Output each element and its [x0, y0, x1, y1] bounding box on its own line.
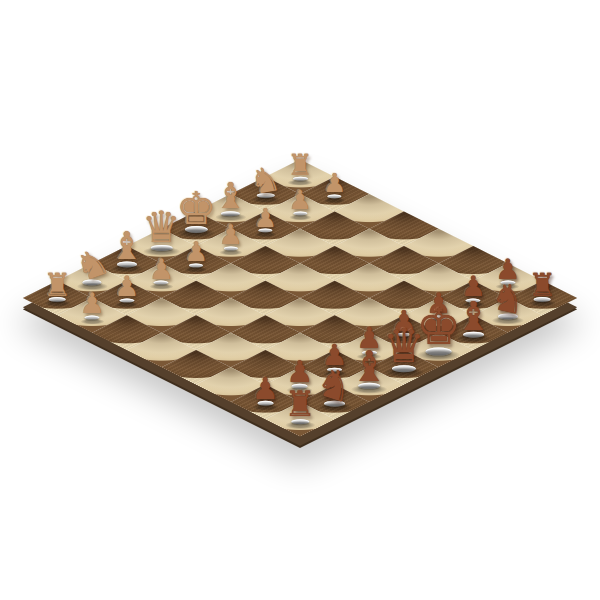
white-pawn[interactable]: ♟: [323, 171, 346, 198]
white-bishop[interactable]: ♝: [110, 229, 144, 268]
piece-shadow: [289, 214, 311, 220]
piece-shadow: [149, 284, 173, 290]
piece-shadow: [285, 421, 315, 429]
white-rook-glyph: ♜: [43, 270, 72, 300]
white-knight[interactable]: ♞: [250, 164, 280, 198]
white-knight[interactable]: ♞: [76, 247, 109, 285]
white-pawn-glyph: ♟: [323, 171, 346, 196]
white-pawn[interactable]: ♟: [219, 222, 243, 250]
white-queen[interactable]: ♛: [142, 207, 181, 251]
white-king[interactable]: ♚: [176, 188, 216, 234]
black-queen-glyph: ♛: [383, 325, 425, 370]
wobble-chess-photo: ♜♟♞♟♝♟♚♟♛♟♝♟♟♞♜♟♟♜♞♟♟♝♟♚♟♛♟♝♟♞♟♜: [0, 0, 600, 600]
white-pawn[interactable]: ♟: [288, 189, 311, 216]
white-queen-glyph: ♛: [142, 207, 181, 248]
white-pawn-glyph: ♟: [254, 206, 277, 231]
white-bishop-glyph: ♝: [110, 229, 144, 265]
white-pawn-glyph: ♟: [114, 274, 139, 301]
white-pawn[interactable]: ♟: [149, 256, 174, 285]
white-pawn[interactable]: ♟: [80, 291, 105, 320]
black-queen[interactable]: ♛: [383, 325, 425, 373]
piece-shadow: [44, 300, 71, 307]
white-knight-glyph: ♞: [248, 162, 284, 199]
piece-shadow: [384, 367, 424, 377]
piece-shadow: [254, 232, 276, 238]
white-king-glyph: ♚: [176, 188, 216, 231]
white-pawn[interactable]: ♟: [254, 206, 277, 233]
piece-shadow: [115, 301, 139, 307]
black-rook[interactable]: ♜: [284, 388, 315, 423]
white-knight-glyph: ♞: [70, 242, 113, 286]
black-knight[interactable]: ♞: [491, 281, 525, 320]
black-pawn[interactable]: ♟: [252, 375, 279, 407]
white-rook-glyph: ♜: [287, 151, 313, 179]
piece-shadow: [252, 404, 278, 411]
piece-shadow: [219, 249, 242, 255]
white-pawn-glyph: ♟: [219, 222, 243, 248]
white-pawn-glyph: ♟: [149, 256, 174, 283]
black-knight-glyph: ♞: [487, 278, 528, 320]
white-bishop-glyph: ♝: [215, 180, 247, 214]
black-rook[interactable]: ♜: [528, 270, 557, 302]
piece-shadow: [351, 385, 387, 394]
black-rook-glyph: ♜: [528, 270, 557, 300]
white-pawn-glyph: ♟: [184, 240, 208, 266]
white-rook[interactable]: ♜: [287, 151, 313, 181]
piece-shadow: [80, 318, 104, 324]
black-knight-glyph: ♞: [312, 361, 358, 408]
black-pawn-glyph: ♟: [252, 375, 279, 404]
black-knight[interactable]: ♞: [317, 366, 353, 407]
white-bishop[interactable]: ♝: [215, 180, 247, 216]
white-pawn-glyph: ♟: [80, 291, 105, 318]
piece-shadow: [185, 266, 208, 272]
white-pawn[interactable]: ♟: [184, 240, 208, 268]
black-pawn-glyph: ♟: [287, 357, 314, 386]
white-rook[interactable]: ♜: [43, 270, 72, 302]
piece-shadow: [529, 300, 556, 307]
black-rook-glyph: ♜: [284, 388, 315, 421]
piece-shadow: [456, 333, 490, 342]
white-pawn[interactable]: ♟: [114, 274, 139, 303]
piece-shadow: [324, 197, 346, 203]
white-pawn-glyph: ♟: [288, 189, 311, 214]
